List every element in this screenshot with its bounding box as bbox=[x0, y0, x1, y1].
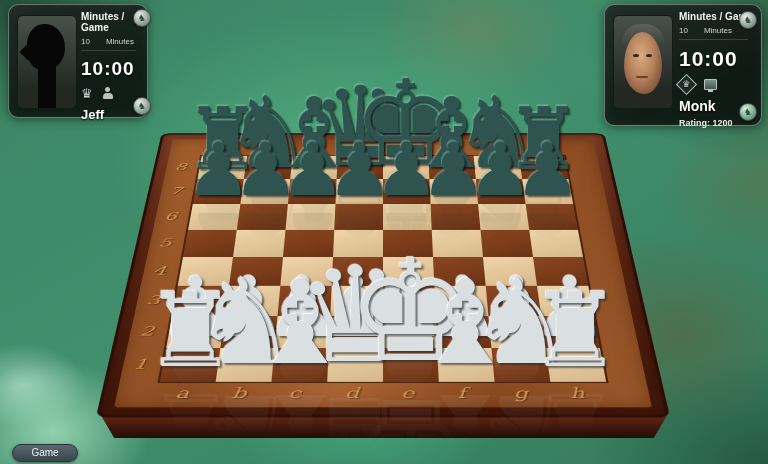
rank-label-7: 7 bbox=[169, 185, 183, 197]
clock-black: 10:00 bbox=[679, 47, 757, 71]
crown-icon: ♛ bbox=[81, 87, 93, 100]
medallion-icon[interactable]: ♞ bbox=[739, 103, 757, 121]
player-panel-white: Minutes / Game 10 Minutes 10:00 ♛ Jeff ♞… bbox=[8, 4, 148, 118]
time-control-value: 10 bbox=[679, 26, 688, 35]
time-control-row: 10 Minutes bbox=[679, 26, 748, 40]
computer-icon bbox=[704, 79, 717, 90]
medallion-icon[interactable]: ♞ bbox=[133, 9, 151, 27]
time-control-unit: Minutes bbox=[704, 26, 732, 35]
face-eye bbox=[633, 54, 639, 57]
medallion-icon[interactable]: ♞ bbox=[133, 97, 151, 115]
face-mouth bbox=[636, 76, 648, 78]
crown-icon: ♛ bbox=[682, 79, 690, 88]
rank-label-5: 5 bbox=[158, 236, 173, 249]
avatar-monk-face[interactable] bbox=[613, 15, 673, 109]
face-skin bbox=[624, 32, 662, 94]
time-control-value: 10 bbox=[81, 37, 90, 46]
game-scene: 87654321abcdefgh ♜♜♞♞♝♝♛♛♚♚♝♝♞♞♜♜♟♟♟♟♟♟♟… bbox=[0, 0, 768, 464]
medallion-icon[interactable]: ♞ bbox=[739, 11, 757, 29]
human-icon bbox=[103, 87, 113, 99]
rank-label-6: 6 bbox=[163, 210, 178, 222]
time-control-row: 10 Minutes bbox=[81, 37, 136, 51]
game-menu-button[interactable]: Game bbox=[12, 444, 78, 462]
piece-h1-white-rook[interactable]: ♜ bbox=[529, 279, 622, 382]
silhouette-neck bbox=[38, 62, 56, 108]
player-panel-black: Minutes / Game 10 Minutes 10:00 ♛ Monk R… bbox=[604, 4, 762, 126]
face-eye bbox=[646, 54, 652, 57]
piece-h7-black-pawn[interactable]: ♟ bbox=[515, 133, 581, 206]
time-control-unit: Minutes bbox=[106, 37, 134, 46]
clock-white: 10:00 bbox=[81, 58, 143, 80]
diamond-badge: ♛ bbox=[676, 73, 697, 94]
avatar-silhouette[interactable] bbox=[17, 15, 77, 109]
